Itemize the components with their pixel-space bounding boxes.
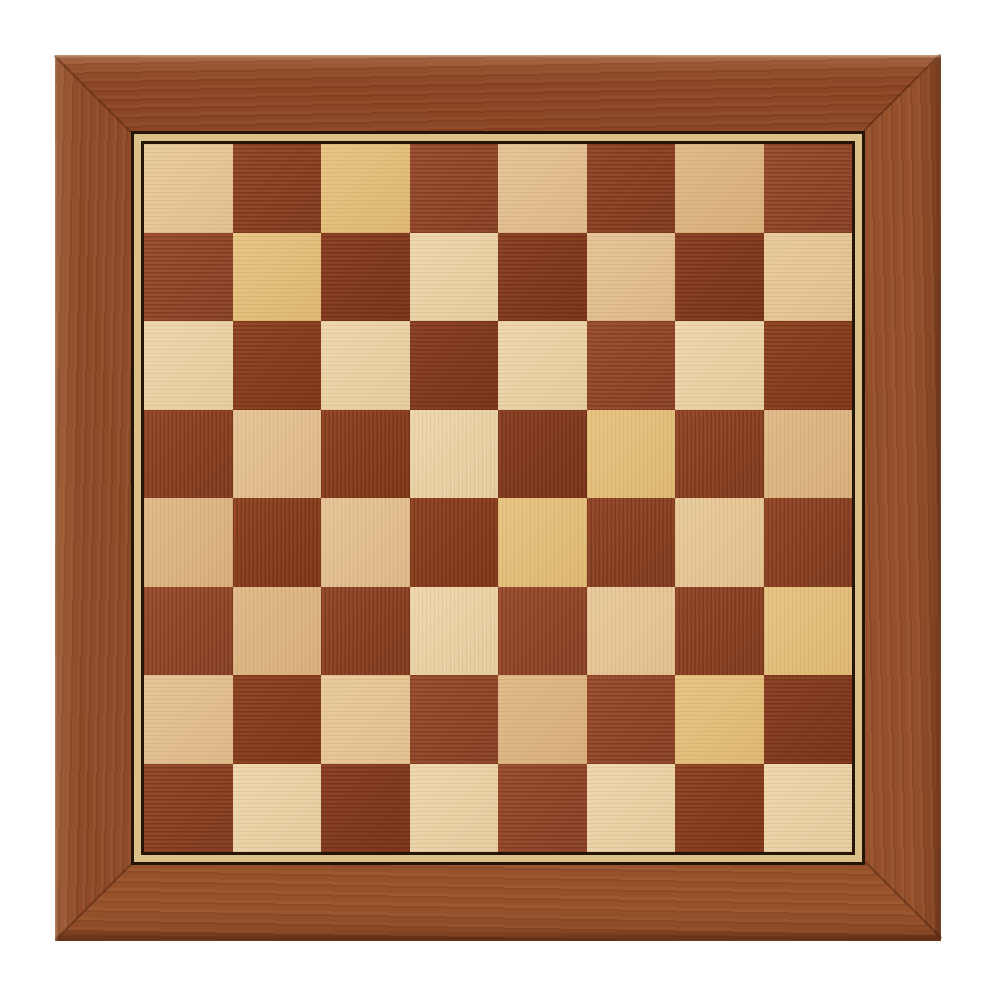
square-a7[interactable] [144,233,233,322]
square-b6[interactable] [233,321,322,410]
square-b3[interactable] [233,587,322,676]
square-d5[interactable] [410,410,499,499]
square-f2[interactable] [587,675,676,764]
square-d6[interactable] [410,321,499,410]
square-f8[interactable] [587,144,676,233]
square-d7[interactable] [410,233,499,322]
square-c8[interactable] [321,144,410,233]
square-c2[interactable] [321,675,410,764]
square-e5[interactable] [498,410,587,499]
square-f5[interactable] [587,410,676,499]
square-d3[interactable] [410,587,499,676]
inlay-border-maple [134,134,862,862]
square-g5[interactable] [675,410,764,499]
square-a6[interactable] [144,321,233,410]
square-h1[interactable] [764,764,853,853]
square-f4[interactable] [587,498,676,587]
square-f1[interactable] [587,764,676,853]
square-g2[interactable] [675,675,764,764]
chessboard [55,55,941,941]
square-c1[interactable] [321,764,410,853]
square-a2[interactable] [144,675,233,764]
square-c4[interactable] [321,498,410,587]
square-g6[interactable] [675,321,764,410]
square-c5[interactable] [321,410,410,499]
square-b4[interactable] [233,498,322,587]
square-h4[interactable] [764,498,853,587]
square-h3[interactable] [764,587,853,676]
board-grid [144,144,852,852]
square-b1[interactable] [233,764,322,853]
square-d1[interactable] [410,764,499,853]
inlay-border-inner [141,141,855,855]
square-f3[interactable] [587,587,676,676]
square-h6[interactable] [764,321,853,410]
square-c7[interactable] [321,233,410,322]
square-a5[interactable] [144,410,233,499]
square-f7[interactable] [587,233,676,322]
square-f6[interactable] [587,321,676,410]
square-b5[interactable] [233,410,322,499]
square-e8[interactable] [498,144,587,233]
square-h8[interactable] [764,144,853,233]
square-g4[interactable] [675,498,764,587]
square-e3[interactable] [498,587,587,676]
square-e4[interactable] [498,498,587,587]
photo-background [0,0,1000,1000]
square-a8[interactable] [144,144,233,233]
square-e2[interactable] [498,675,587,764]
square-g8[interactable] [675,144,764,233]
square-c6[interactable] [321,321,410,410]
square-e7[interactable] [498,233,587,322]
square-b2[interactable] [233,675,322,764]
inlay-border-outer [131,131,865,865]
square-g3[interactable] [675,587,764,676]
square-d4[interactable] [410,498,499,587]
square-c3[interactable] [321,587,410,676]
square-a3[interactable] [144,587,233,676]
square-a4[interactable] [144,498,233,587]
square-d8[interactable] [410,144,499,233]
square-b8[interactable] [233,144,322,233]
square-e1[interactable] [498,764,587,853]
square-h7[interactable] [764,233,853,322]
square-d2[interactable] [410,675,499,764]
square-b7[interactable] [233,233,322,322]
square-h5[interactable] [764,410,853,499]
square-a1[interactable] [144,764,233,853]
square-g7[interactable] [675,233,764,322]
square-e6[interactable] [498,321,587,410]
square-g1[interactable] [675,764,764,853]
square-h2[interactable] [764,675,853,764]
